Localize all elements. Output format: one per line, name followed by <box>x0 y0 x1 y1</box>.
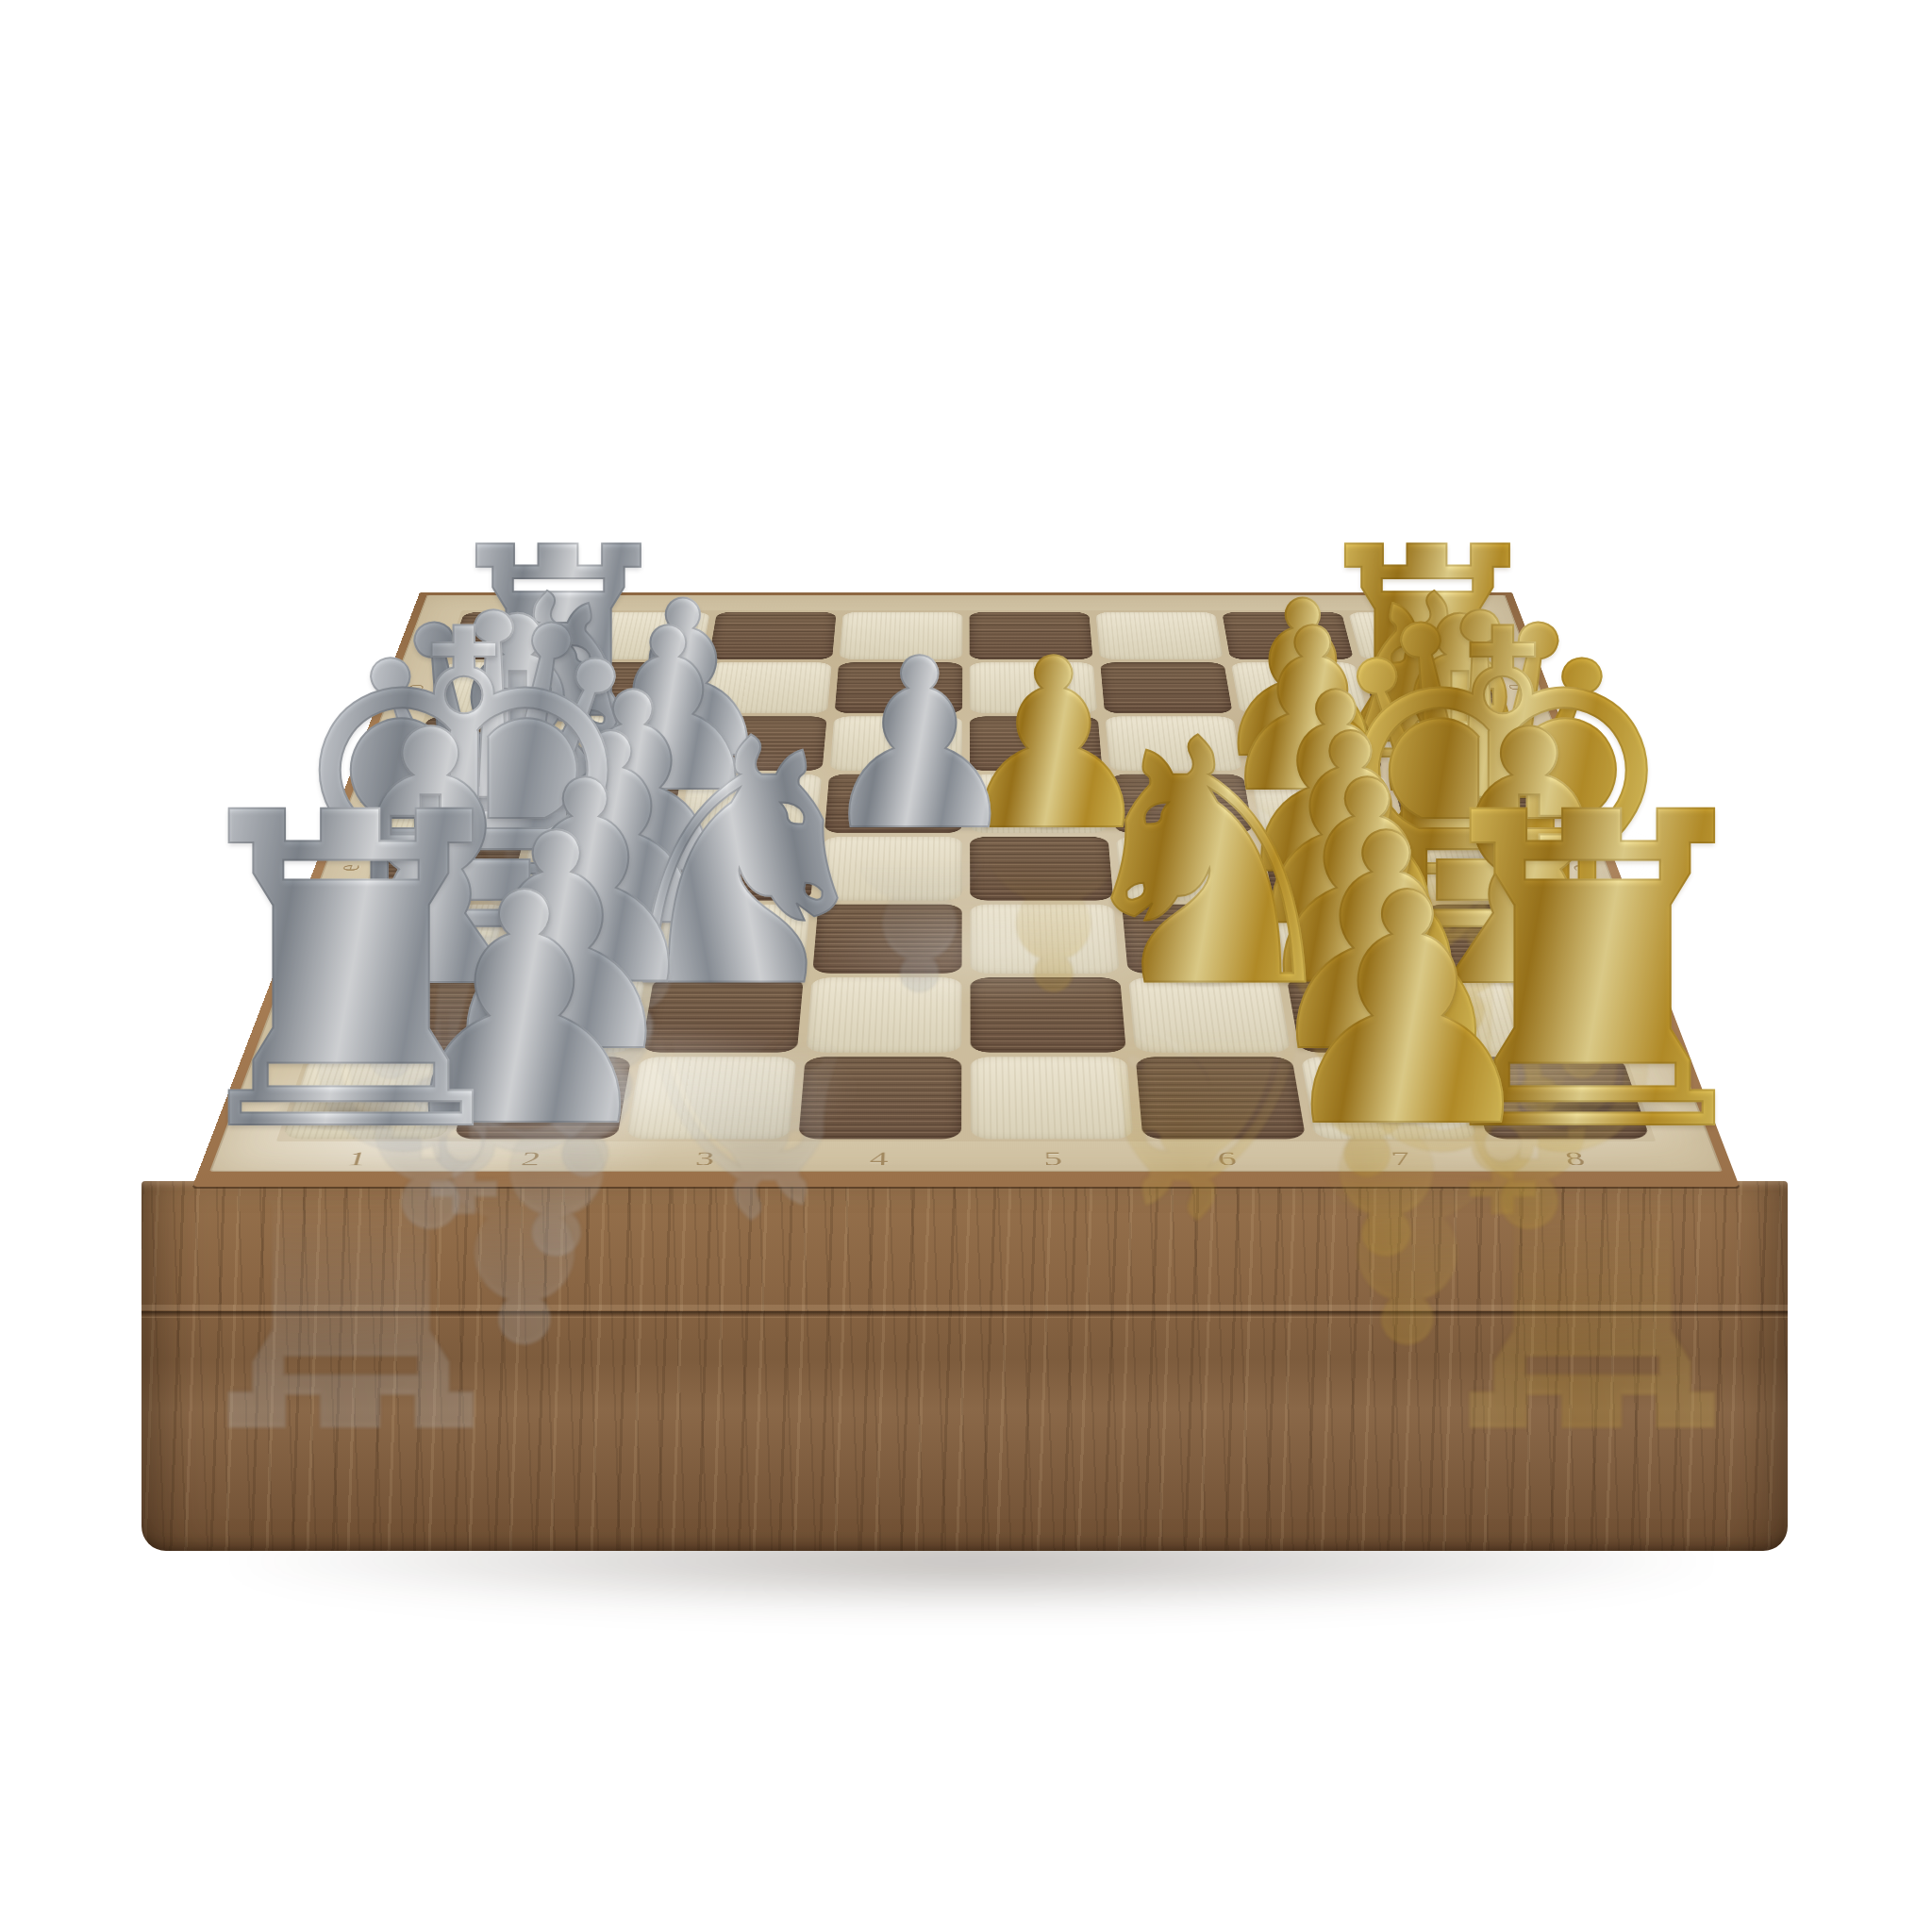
pieces-layer: ♜♜♞♞♝♝♛♛♚♚♝♝♜♜♟♟♟♟♟♟♟♟♟♟♟♟♟♟♞♞♟♟♟♟♞♞♟♟♟♟… <box>0 0 1932 1932</box>
product-photo-chess-set: 12345678aabbccddeeffgghh ♜♜♞♞♝♝♛♛♚♚♝♝♜♜♟… <box>0 0 1932 1932</box>
gold-pawn-glyph: ♟ <box>1264 852 1550 1171</box>
silver-rook-glyph: ♜ <box>157 758 545 1191</box>
